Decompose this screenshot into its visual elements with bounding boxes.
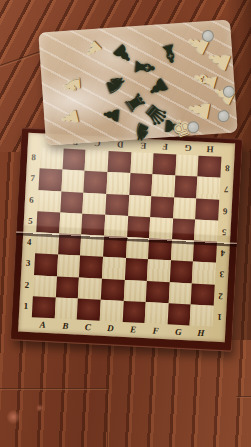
corner-spacer	[221, 143, 235, 158]
file-label-bottom-d: D	[99, 321, 122, 337]
file-label-bottom-g: G	[167, 324, 190, 340]
square-b8	[62, 149, 86, 171]
square-h2	[191, 283, 215, 305]
square-d8	[107, 151, 131, 173]
file-label-bottom-c: C	[76, 320, 99, 336]
rank-label-right-6: 6	[218, 199, 232, 221]
square-g3	[170, 261, 194, 283]
file-label-top-f: F	[154, 139, 177, 154]
square-h5	[194, 219, 218, 241]
square-e2	[123, 279, 147, 301]
square-g8	[175, 154, 199, 176]
square-e5	[127, 216, 151, 238]
bagged-light-piece: ♟	[82, 37, 106, 61]
square-f2	[146, 281, 170, 303]
square-c1	[77, 298, 101, 320]
square-d6	[105, 193, 129, 215]
corner-spacer	[18, 316, 32, 332]
floor-stain	[36, 404, 44, 412]
square-d7	[106, 172, 130, 194]
rank-label-right-3: 3	[215, 263, 229, 285]
square-g7	[174, 176, 198, 198]
square-d5	[104, 215, 128, 237]
rank-label-right-2: 2	[214, 284, 228, 306]
square-g6	[173, 197, 197, 219]
square-d1	[100, 299, 124, 321]
square-f8	[153, 153, 177, 175]
photo-scene: ABCDEFGH 87654321 87654321 ABCDEFGH ♟♝♞♟…	[0, 0, 251, 447]
square-a5	[36, 211, 60, 233]
file-label-top-h: H	[199, 142, 222, 157]
file-label-top-g: G	[176, 141, 199, 156]
square-g1	[167, 303, 191, 325]
square-a1	[32, 296, 56, 318]
file-label-bottom-a: A	[31, 317, 54, 333]
square-g2	[168, 282, 192, 304]
file-label-bottom-b: B	[54, 318, 77, 334]
square-e1	[122, 301, 146, 323]
square-e3	[124, 258, 148, 280]
square-h1	[190, 304, 214, 326]
floor-plank-seam	[0, 388, 108, 390]
piece-base-felt-disc	[187, 121, 200, 134]
floor-plank-seam	[236, 396, 251, 398]
floor-stain	[7, 409, 20, 425]
square-e6	[128, 195, 152, 217]
square-f7	[151, 175, 175, 197]
square-b2	[56, 276, 80, 298]
square-b7	[61, 170, 85, 192]
square-b5	[59, 212, 83, 234]
square-a2	[33, 275, 57, 297]
corner-spacer	[28, 133, 42, 148]
square-e8	[130, 152, 154, 174]
square-b1	[54, 297, 78, 319]
square-f3	[147, 259, 171, 281]
bagged-light-piece: ♞	[61, 74, 84, 95]
rank-label-right-5: 5	[217, 221, 231, 243]
file-label-bottom-e: E	[121, 322, 144, 338]
square-f6	[150, 196, 174, 218]
square-d2	[101, 278, 125, 300]
rank-label-left-3: 3	[21, 253, 35, 275]
corner-spacer	[212, 327, 226, 343]
square-f5	[149, 217, 173, 239]
floor-plank-seam	[107, 389, 109, 447]
rank-label-left-1: 1	[19, 295, 33, 317]
square-h6	[196, 198, 220, 220]
file-label-bottom-f: F	[144, 323, 167, 339]
bagged-light-piece: ♟	[59, 106, 83, 128]
square-c2	[78, 277, 102, 299]
rank-label-right-8: 8	[220, 157, 234, 179]
chess-board: ABCDEFGH 87654321 87654321 ABCDEFGH	[11, 127, 243, 351]
square-a3	[34, 253, 58, 275]
rank-label-right-7: 7	[219, 178, 233, 200]
square-a7	[38, 169, 62, 191]
bagged-dark-piece: ♝	[157, 40, 184, 68]
square-c8	[85, 150, 109, 172]
square-g5	[172, 218, 196, 240]
square-b3	[57, 255, 81, 277]
rank-label-left-7: 7	[25, 168, 39, 190]
square-c7	[84, 171, 108, 193]
square-e7	[129, 173, 153, 195]
square-b6	[60, 191, 84, 213]
chess-pieces-bag: ♟♝♞♟♜♛♟♝♟♞♟♞♟♟♟♝♟♟♚	[38, 19, 237, 145]
rank-label-left-6: 6	[24, 189, 38, 211]
piece-base-felt-disc	[217, 110, 230, 123]
rank-label-right-1: 1	[213, 305, 227, 327]
square-a6	[37, 190, 61, 212]
square-h7	[197, 177, 221, 199]
rank-label-left-5: 5	[23, 210, 37, 232]
square-d3	[102, 257, 126, 279]
bagged-dark-piece: ♞	[101, 71, 131, 99]
file-label-bottom-h: H	[189, 325, 212, 341]
rank-label-left-8: 8	[27, 147, 41, 169]
square-c5	[81, 213, 105, 235]
rank-label-left-2: 2	[20, 274, 34, 296]
square-f1	[145, 302, 169, 324]
board-playing-surface: ABCDEFGH 87654321 87654321 ABCDEFGH	[18, 133, 235, 343]
bagged-dark-piece: ♟	[100, 105, 122, 125]
square-h3	[192, 262, 216, 284]
square-h8	[198, 156, 222, 178]
square-a8	[40, 147, 64, 169]
square-c3	[79, 256, 103, 278]
square-c6	[83, 192, 107, 214]
